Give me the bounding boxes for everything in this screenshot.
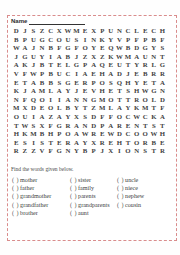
grid-cell-r15c17[interactable]: T — [150, 147, 159, 156]
grid-cell-r10c18[interactable]: F — [158, 104, 167, 113]
grid-cell-r11c3[interactable]: I — [29, 113, 38, 122]
grid-cell-r10c5[interactable]: O — [46, 104, 55, 113]
grid-cell-r2c9[interactable]: I — [81, 36, 90, 45]
grid-cell-r5c5[interactable]: T — [46, 61, 55, 70]
grid-cell-r9c1[interactable]: N — [12, 96, 21, 105]
word-label: nephew — [125, 193, 144, 199]
grid-cell-r5c4[interactable]: B — [38, 61, 47, 70]
grid-cell-r13c16[interactable]: O — [141, 130, 150, 139]
grid-cell-r2c4[interactable]: G — [38, 36, 47, 45]
grid-cell-r13c5[interactable]: H — [46, 130, 55, 139]
grid-cell-r5c8[interactable]: G — [72, 61, 81, 70]
grid-cell-r6c8[interactable]: I — [72, 70, 81, 79]
grid-cell-r5c2[interactable]: K — [21, 61, 30, 70]
grid-cell-r1c18[interactable]: H — [158, 27, 167, 36]
grid-cell-r2c14[interactable]: P — [124, 36, 133, 45]
grid-cell-r8c15[interactable]: H — [132, 87, 141, 96]
grid-cell-r7c7[interactable]: G — [64, 79, 73, 88]
grid-cell-r2c15[interactable]: F — [132, 36, 141, 45]
grid-cell-r8c13[interactable]: T — [115, 87, 124, 96]
grid-cell-r2c18[interactable]: F — [158, 36, 167, 45]
grid-cell-r15c5[interactable]: F — [46, 147, 55, 156]
grid-cell-r9c14[interactable]: T — [124, 96, 133, 105]
grid-cell-r7c5[interactable]: B — [46, 79, 55, 88]
name-input-line[interactable] — [29, 18, 85, 25]
grid-cell-r12c12[interactable]: A — [107, 122, 116, 131]
grid-cell-r8c3[interactable]: A — [29, 87, 38, 96]
grid-cell-r10c16[interactable]: M — [141, 104, 150, 113]
grid-cell-r8c9[interactable]: E — [81, 87, 90, 96]
checkbox-parents[interactable]: ( ) — [70, 193, 77, 199]
grid-cell-r3c15[interactable]: D — [132, 44, 141, 53]
grid-cell-r12c9[interactable]: N — [81, 122, 90, 131]
grid-cell-r9c16[interactable]: O — [141, 96, 150, 105]
grid-cell-r15c1[interactable]: R — [12, 147, 21, 156]
grid-cell-r2c10[interactable]: N — [89, 36, 98, 45]
grid-cell-r15c11[interactable]: J — [98, 147, 107, 156]
checkbox-uncle[interactable]: ( ) — [117, 177, 124, 183]
grid-cell-r1c8[interactable]: M — [72, 27, 81, 36]
grid-cell-r15c15[interactable]: N — [132, 147, 141, 156]
grid-cell-r9c12[interactable]: O — [107, 96, 116, 105]
grid-cell-r10c9[interactable]: T — [81, 104, 90, 113]
grid-cell-r15c3[interactable]: Z — [29, 147, 38, 156]
grid-cell-r13c10[interactable]: R — [89, 130, 98, 139]
word-label: grandfather — [20, 202, 48, 208]
grid-cell-r3c1[interactable]: W — [12, 44, 21, 53]
grid-cell-r9c3[interactable]: Q — [29, 96, 38, 105]
grid-cell-r9c7[interactable]: A — [64, 96, 73, 105]
grid-cell-r2c1[interactable]: B — [12, 36, 21, 45]
grid-cell-r1c6[interactable]: X — [55, 27, 64, 36]
grid-cell-r14c4[interactable]: S — [38, 139, 47, 148]
grid-cell-r7c14[interactable]: H — [124, 79, 133, 88]
grid-cell-r13c14[interactable]: C — [124, 130, 133, 139]
grid-cell-r2c7[interactable]: U — [64, 36, 73, 45]
word-search-grid: DJSZCXWMEXPUNCLECHBPUGCOUSINKYVPFPBFWAJN… — [12, 27, 167, 156]
grid-cell-r11c7[interactable]: Y — [64, 113, 73, 122]
grid-cell-r12c7[interactable]: R — [64, 122, 73, 131]
grid-cell-r9c10[interactable]: G — [89, 96, 98, 105]
grid-cell-r6c16[interactable]: B — [141, 70, 150, 79]
word-label: cousin — [125, 202, 141, 208]
grid-cell-r13c4[interactable]: B — [38, 130, 47, 139]
grid-cell-r11c15[interactable]: W — [132, 113, 141, 122]
grid-cell-r9c5[interactable]: I — [46, 96, 55, 105]
grid-cell-r1c5[interactable]: C — [46, 27, 55, 36]
grid-cell-r6c10[interactable]: E — [89, 70, 98, 79]
checkbox-aunt[interactable]: ( ) — [70, 210, 77, 216]
grid-cell-r12c4[interactable]: X — [38, 122, 47, 131]
grid-cell-r5c9[interactable]: P — [81, 61, 90, 70]
grid-cell-r3c18[interactable]: S — [158, 44, 167, 53]
grid-cell-r11c11[interactable]: F — [98, 113, 107, 122]
grid-cell-r3c11[interactable]: E — [98, 44, 107, 53]
grid-cell-r13c2[interactable]: K — [21, 130, 30, 139]
grid-cell-r13c12[interactable]: W — [107, 130, 116, 139]
word-label: niece — [125, 185, 138, 191]
grid-cell-r3c16[interactable]: G — [141, 44, 150, 53]
grid-cell-r4c14[interactable]: M — [124, 53, 133, 62]
grid-cell-r12c2[interactable]: W — [21, 122, 30, 131]
checkbox-niece[interactable]: ( ) — [117, 185, 124, 191]
grid-cell-r3c7[interactable]: G — [64, 44, 73, 53]
grid-cell-r5c3[interactable]: J — [29, 61, 38, 70]
grid-cell-r7c17[interactable]: T — [150, 79, 159, 88]
grid-cell-r14c17[interactable]: B — [150, 139, 159, 148]
grid-cell-r1c16[interactable]: E — [141, 27, 150, 36]
grid-cell-r7c1[interactable]: E — [12, 79, 21, 88]
grid-cell-r6c14[interactable]: J — [124, 70, 133, 79]
grid-cell-r2c3[interactable]: U — [29, 36, 38, 45]
grid-cell-r7c2[interactable]: T — [21, 79, 30, 88]
grid-cell-r3c5[interactable]: B — [46, 44, 55, 53]
grid-cell-r10c13[interactable]: A — [115, 104, 124, 113]
grid-cell-r7c6[interactable]: S — [55, 79, 64, 88]
grid-cell-r10c12[interactable]: L — [107, 104, 116, 113]
grid-cell-r4c4[interactable]: Y — [38, 53, 47, 62]
worksheet-page: Name DJSZCXWMEXPUNCLECHBPUGCOUSINKYVPFPB… — [0, 0, 180, 255]
grid-cell-r6c9[interactable]: A — [81, 70, 90, 79]
grid-cell-r9c15[interactable]: R — [132, 96, 141, 105]
grid-cell-r15c4[interactable]: V — [38, 147, 47, 156]
grid-cell-r8c5[interactable]: L — [46, 87, 55, 96]
grid-cell-r6c5[interactable]: B — [46, 70, 55, 79]
grid-cell-r8c8[interactable]: J — [72, 87, 81, 96]
grid-cell-r1c3[interactable]: S — [29, 27, 38, 36]
checkbox-father[interactable]: ( ) — [12, 185, 19, 191]
grid-cell-r9c2[interactable]: F — [21, 96, 30, 105]
grid-cell-r7c11[interactable]: O — [98, 79, 107, 88]
grid-cell-r13c7[interactable]: O — [64, 130, 73, 139]
grid-cell-r2c2[interactable]: P — [21, 36, 30, 45]
grid-cell-r11c9[interactable]: S — [81, 113, 90, 122]
checkbox-sister[interactable]: ( ) — [70, 177, 77, 183]
grid-cell-r1c17[interactable]: C — [150, 27, 159, 36]
grid-cell-r7c13[interactable]: Q — [115, 79, 124, 88]
grid-cell-r3c2[interactable]: A — [21, 44, 30, 53]
grid-cell-r14c1[interactable]: E — [12, 139, 21, 148]
grid-cell-r13c3[interactable]: M — [29, 130, 38, 139]
grid-cell-r14c16[interactable]: R — [141, 139, 150, 148]
grid-cell-r11c12[interactable]: F — [107, 113, 116, 122]
grid-cell-r8c7[interactable]: Y — [64, 87, 73, 96]
grid-cell-r8c2[interactable]: J — [21, 87, 30, 96]
grid-cell-r12c11[interactable]: P — [98, 122, 107, 131]
grid-cell-r3c6[interactable]: F — [55, 44, 64, 53]
grid-cell-r13c13[interactable]: D — [115, 130, 124, 139]
grid-cell-r9c11[interactable]: M — [98, 96, 107, 105]
grid-cell-r6c13[interactable]: D — [115, 70, 124, 79]
grid-cell-r14c6[interactable]: E — [55, 139, 64, 148]
grid-cell-r8c6[interactable]: A — [55, 87, 64, 96]
grid-cell-r14c10[interactable]: X — [89, 139, 98, 148]
grid-cell-r15c6[interactable]: G — [55, 147, 64, 156]
grid-cell-r9c18[interactable]: D — [158, 96, 167, 105]
grid-cell-r6c3[interactable]: W — [29, 70, 38, 79]
grid-cell-r4c15[interactable]: A — [132, 53, 141, 62]
checkbox-grandparents[interactable]: ( ) — [70, 202, 77, 208]
grid-cell-r13c6[interactable]: P — [55, 130, 64, 139]
checkbox-mother[interactable]: ( ) — [12, 177, 19, 183]
grid-cell-r5c17[interactable]: L — [150, 61, 159, 70]
grid-cell-r1c7[interactable]: W — [64, 27, 73, 36]
grid-cell-r5c15[interactable]: Y — [132, 61, 141, 70]
grid-cell-r11c6[interactable]: A — [55, 113, 64, 122]
word-list-column-3: ( )uncle( )niece( )nephew( )cousin — [117, 176, 144, 209]
grid-cell-r14c8[interactable]: A — [72, 139, 81, 148]
checkbox-brother[interactable]: ( ) — [12, 210, 19, 216]
grid-cell-r5c16[interactable]: R — [141, 61, 150, 70]
grid-cell-r7c9[interactable]: R — [81, 79, 90, 88]
grid-cell-r6c11[interactable]: H — [98, 70, 107, 79]
grid-cell-r14c3[interactable]: I — [29, 139, 38, 148]
grid-cell-r9c8[interactable]: N — [72, 96, 81, 105]
checkbox-family[interactable]: ( ) — [70, 185, 77, 191]
grid-cell-r11c1[interactable]: O — [12, 113, 21, 122]
grid-cell-r4c12[interactable]: K — [107, 53, 116, 62]
grid-cell-r5c6[interactable]: E — [55, 61, 64, 70]
grid-cell-r11c17[interactable]: K — [150, 113, 159, 122]
grid-cell-r9c9[interactable]: N — [81, 96, 90, 105]
grid-cell-r12c16[interactable]: T — [141, 122, 150, 131]
grid-cell-r15c2[interactable]: Z — [21, 147, 30, 156]
grid-cell-r13c1[interactable]: H — [12, 130, 21, 139]
checkbox-grandmother[interactable]: ( ) — [12, 193, 19, 199]
grid-cell-r10c8[interactable]: Y — [72, 104, 81, 113]
grid-cell-r7c12[interactable]: S — [107, 79, 116, 88]
grid-cell-r9c6[interactable]: I — [55, 96, 64, 105]
grid-cell-r14c11[interactable]: R — [98, 139, 107, 148]
grid-cell-r4c9[interactable]: Z — [81, 53, 90, 62]
grid-cell-r10c15[interactable]: K — [132, 104, 141, 113]
grid-cell-r2c11[interactable]: K — [98, 36, 107, 45]
grid-cell-r15c7[interactable]: N — [64, 147, 73, 156]
grid-cell-r4c3[interactable]: U — [29, 53, 38, 62]
grid-cell-r7c15[interactable]: Y — [132, 79, 141, 88]
grid-cell-r1c9[interactable]: E — [81, 27, 90, 36]
grid-cell-r3c14[interactable]: B — [124, 44, 133, 53]
grid-cell-r4c7[interactable]: B — [64, 53, 73, 62]
grid-cell-r5c18[interactable]: G — [158, 61, 167, 70]
grid-cell-r10c2[interactable]: X — [21, 104, 30, 113]
grid-cell-r2c17[interactable]: B — [150, 36, 159, 45]
grid-cell-r1c2[interactable]: J — [21, 27, 30, 36]
grid-cell-r8c18[interactable]: N — [158, 87, 167, 96]
checkbox-nephew[interactable]: ( ) — [117, 193, 124, 199]
grid-cell-r15c10[interactable]: P — [89, 147, 98, 156]
grid-cell-r8c10[interactable]: V — [89, 87, 98, 96]
grid-cell-r7c18[interactable]: A — [158, 79, 167, 88]
grid-cell-r11c5[interactable]: Z — [46, 113, 55, 122]
grid-cell-r14c18[interactable]: E — [158, 139, 167, 148]
grid-cell-r12c6[interactable]: G — [55, 122, 64, 131]
grid-cell-r9c13[interactable]: T — [115, 96, 124, 105]
grid-cell-r11c4[interactable]: A — [38, 113, 47, 122]
grid-cell-r9c4[interactable]: O — [38, 96, 47, 105]
grid-cell-r12c3[interactable]: S — [29, 122, 38, 131]
grid-cell-r8c4[interactable]: M — [38, 87, 47, 96]
grid-cell-r2c12[interactable]: Y — [107, 36, 116, 45]
grid-cell-r6c4[interactable]: P — [38, 70, 47, 79]
grid-cell-r8c16[interactable]: W — [141, 87, 150, 96]
grid-cell-r1c10[interactable]: X — [89, 27, 98, 36]
grid-cell-r6c12[interactable]: A — [107, 70, 116, 79]
grid-cell-r4c6[interactable]: A — [55, 53, 64, 62]
dashed-border-frame: Name DJSZCXWMEXPUNCLECHBPUGCOUSINKYVPFPB… — [7, 15, 177, 241]
grid-cell-r10c4[interactable]: E — [38, 104, 47, 113]
grid-cell-r8c14[interactable]: S — [124, 87, 133, 96]
grid-cell-r5c1[interactable]: A — [12, 61, 21, 70]
grid-cell-r15c14[interactable]: O — [124, 147, 133, 156]
grid-cell-r4c10[interactable]: X — [89, 53, 98, 62]
grid-cell-r1c11[interactable]: P — [98, 27, 107, 36]
grid-cell-r10c14[interactable]: Y — [124, 104, 133, 113]
grid-cell-r6c1[interactable]: V — [12, 70, 21, 79]
grid-cell-r3c13[interactable]: W — [115, 44, 124, 53]
grid-cell-r10c11[interactable]: M — [98, 104, 107, 113]
grid-cell-r10c1[interactable]: M — [12, 104, 21, 113]
grid-cell-r6c6[interactable]: U — [55, 70, 64, 79]
grid-cell-r6c17[interactable]: R — [150, 70, 159, 79]
grid-cell-r13c11[interactable]: E — [98, 130, 107, 139]
word-item-mother: ( )mother — [12, 176, 51, 184]
grid-cell-r8c11[interactable]: H — [98, 87, 107, 96]
grid-cell-r11c18[interactable]: A — [158, 113, 167, 122]
grid-cell-r8c17[interactable]: G — [150, 87, 159, 96]
grid-cell-r5c10[interactable]: A — [89, 61, 98, 70]
word-label: grandparents — [78, 202, 109, 208]
grid-cell-r11c14[interactable]: C — [124, 113, 133, 122]
grid-cell-r4c17[interactable]: N — [150, 53, 159, 62]
grid-cell-r11c2[interactable]: U — [21, 113, 30, 122]
grid-cell-r5c14[interactable]: T — [124, 61, 133, 70]
grid-cell-r6c15[interactable]: E — [132, 70, 141, 79]
grid-cell-r12c10[interactable]: D — [89, 122, 98, 131]
grid-cell-r5c13[interactable]: U — [115, 61, 124, 70]
checkbox-cousin[interactable]: ( ) — [117, 202, 124, 208]
grid-cell-r14c12[interactable]: E — [107, 139, 116, 148]
grid-cell-r4c8[interactable]: J — [72, 53, 81, 62]
grid-cell-r4c1[interactable]: J — [12, 53, 21, 62]
grid-cell-r12c8[interactable]: A — [72, 122, 81, 131]
grid-cell-r14c15[interactable]: O — [132, 139, 141, 148]
grid-cell-r10c17[interactable]: T — [150, 104, 159, 113]
grid-cell-r7c16[interactable]: E — [141, 79, 150, 88]
grid-cell-r12c14[interactable]: E — [124, 122, 133, 131]
grid-cell-r10c10[interactable]: Z — [89, 104, 98, 113]
grid-cell-r12c5[interactable]: F — [46, 122, 55, 131]
grid-cell-r4c2[interactable]: G — [21, 53, 30, 62]
grid-cell-r5c7[interactable]: L — [64, 61, 73, 70]
word-label: mother — [20, 177, 37, 183]
grid-cell-r3c17[interactable]: Y — [150, 44, 159, 53]
grid-cell-r12c18[interactable]: T — [158, 122, 167, 131]
grid-cell-r4c13[interactable]: W — [115, 53, 124, 62]
grid-cell-r6c7[interactable]: C — [64, 70, 73, 79]
grid-cell-r1c12[interactable]: U — [107, 27, 116, 36]
grid-cell-r2c6[interactable]: O — [55, 36, 64, 45]
grid-cell-r14c7[interactable]: R — [64, 139, 73, 148]
grid-cell-r11c10[interactable]: D — [89, 113, 98, 122]
word-label: grandmother — [20, 193, 51, 199]
grid-cell-r14c9[interactable]: Y — [81, 139, 90, 148]
grid-cell-r5c11[interactable]: Q — [98, 61, 107, 70]
grid-cell-r1c15[interactable]: L — [132, 27, 141, 36]
grid-cell-r14c14[interactable]: T — [124, 139, 133, 148]
grid-cell-r7c3[interactable]: A — [29, 79, 38, 88]
grid-cell-r11c13[interactable]: O — [115, 113, 124, 122]
grid-cell-r2c8[interactable]: S — [72, 36, 81, 45]
grid-cell-r4c16[interactable]: U — [141, 53, 150, 62]
grid-cell-r8c1[interactable]: K — [12, 87, 21, 96]
word-item-niece: ( )niece — [117, 184, 144, 192]
word-list-column-2: ( )sister( )family( )parents( )grandpare… — [70, 176, 110, 217]
grid-cell-r11c8[interactable]: X — [72, 113, 81, 122]
grid-cell-r1c4[interactable]: Z — [38, 27, 47, 36]
grid-cell-r3c3[interactable]: J — [29, 44, 38, 53]
grid-cell-r1c13[interactable]: N — [115, 27, 124, 36]
grid-cell-r15c12[interactable]: X — [107, 147, 116, 156]
grid-cell-r11c16[interactable]: C — [141, 113, 150, 122]
grid-cell-r13c8[interactable]: A — [72, 130, 81, 139]
grid-cell-r4c11[interactable]: Z — [98, 53, 107, 62]
grid-cell-r8c12[interactable]: E — [107, 87, 116, 96]
grid-cell-r10c7[interactable]: B — [64, 104, 73, 113]
grid-cell-r7c8[interactable]: E — [72, 79, 81, 88]
grid-cell-r14c5[interactable]: T — [46, 139, 55, 148]
grid-cell-r12c15[interactable]: N — [132, 122, 141, 131]
grid-cell-r12c13[interactable]: R — [115, 122, 124, 131]
grid-cell-r4c5[interactable]: I — [46, 53, 55, 62]
grid-cell-r13c15[interactable]: O — [132, 130, 141, 139]
word-list-column-1: ( )mother( )father( )grandmother( )grand… — [12, 176, 51, 217]
grid-cell-r1c1[interactable]: D — [12, 27, 21, 36]
checkbox-grandfather[interactable]: ( ) — [12, 202, 19, 208]
grid-cell-r6c18[interactable]: R — [158, 70, 167, 79]
grid-cell-r3c10[interactable]: Y — [89, 44, 98, 53]
grid-cell-r3c8[interactable]: F — [72, 44, 81, 53]
grid-cell-r2c13[interactable]: V — [115, 36, 124, 45]
grid-cell-r13c9[interactable]: W — [81, 130, 90, 139]
grid-cell-r14c2[interactable]: S — [21, 139, 30, 148]
grid-cell-r15c8[interactable]: Y — [72, 147, 81, 156]
grid-cell-r14c13[interactable]: H — [115, 139, 124, 148]
grid-cell-r5c12[interactable]: E — [107, 61, 116, 70]
grid-cell-r1c14[interactable]: C — [124, 27, 133, 36]
grid-cell-r15c13[interactable]: I — [115, 147, 124, 156]
grid-cell-r3c9[interactable]: O — [81, 44, 90, 53]
grid-cell-r7c4[interactable]: B — [38, 79, 47, 88]
grid-cell-r2c5[interactable]: C — [46, 36, 55, 45]
grid-cell-r2c16[interactable]: P — [141, 36, 150, 45]
grid-cell-r7c10[interactable]: P — [89, 79, 98, 88]
grid-cell-r10c6[interactable]: L — [55, 104, 64, 113]
grid-cell-r3c4[interactable]: N — [38, 44, 47, 53]
grid-cell-r15c16[interactable]: S — [141, 147, 150, 156]
grid-cell-r4c18[interactable]: T — [158, 53, 167, 62]
grid-cell-r12c17[interactable]: S — [150, 122, 159, 131]
grid-cell-r15c9[interactable]: B — [81, 147, 90, 156]
grid-cell-r10c3[interactable]: D — [29, 104, 38, 113]
grid-cell-r15c18[interactable]: R — [158, 147, 167, 156]
grid-cell-r9c17[interactable]: L — [150, 96, 159, 105]
grid-cell-r13c18[interactable]: H — [158, 130, 167, 139]
grid-cell-r6c2[interactable]: F — [21, 70, 30, 79]
grid-cell-r12c1[interactable]: T — [12, 122, 21, 131]
grid-cell-r13c17[interactable]: W — [150, 130, 159, 139]
grid-cell-r3c12[interactable]: Q — [107, 44, 116, 53]
